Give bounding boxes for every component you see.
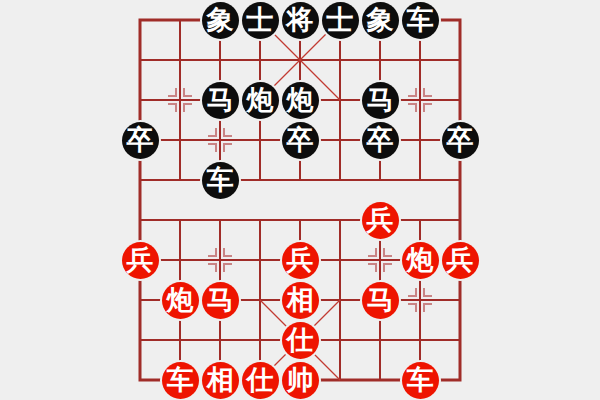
piece-black-chariot[interactable]: 车	[202, 162, 239, 199]
piece-black-horse[interactable]: 马	[202, 82, 239, 119]
piece-red-elephant[interactable]: 相	[202, 362, 239, 399]
piece-black-advisor[interactable]: 士	[322, 2, 359, 39]
pieces-layer: 象士将士象车马炮炮马卒卒卒卒车兵兵兵炮兵炮马相马仕车相仕帅车	[0, 0, 600, 400]
piece-black-cannon[interactable]: 炮	[242, 82, 279, 119]
piece-red-cannon[interactable]: 炮	[162, 282, 199, 319]
piece-red-soldier[interactable]: 兵	[442, 242, 479, 279]
piece-black-cannon[interactable]: 炮	[282, 82, 319, 119]
piece-black-soldier[interactable]: 卒	[282, 122, 319, 159]
piece-red-soldier[interactable]: 兵	[362, 202, 399, 239]
piece-red-horse[interactable]: 马	[202, 282, 239, 319]
piece-black-horse[interactable]: 马	[362, 82, 399, 119]
piece-black-chariot[interactable]: 车	[402, 2, 439, 39]
xiangqi-board: 象士将士象车马炮炮马卒卒卒卒车兵兵兵炮兵炮马相马仕车相仕帅车	[0, 0, 600, 400]
piece-red-chariot[interactable]: 车	[162, 362, 199, 399]
piece-red-advisor[interactable]: 仕	[242, 362, 279, 399]
piece-red-horse[interactable]: 马	[362, 282, 399, 319]
piece-red-chariot[interactable]: 车	[402, 362, 439, 399]
piece-red-cannon[interactable]: 炮	[402, 242, 439, 279]
piece-black-elephant[interactable]: 象	[202, 2, 239, 39]
piece-black-soldier[interactable]: 卒	[122, 122, 159, 159]
piece-red-elephant[interactable]: 相	[282, 282, 319, 319]
piece-red-soldier[interactable]: 兵	[282, 242, 319, 279]
piece-black-general[interactable]: 将	[282, 2, 319, 39]
piece-red-soldier[interactable]: 兵	[122, 242, 159, 279]
piece-black-soldier[interactable]: 卒	[362, 122, 399, 159]
piece-red-advisor[interactable]: 仕	[282, 322, 319, 359]
piece-black-soldier[interactable]: 卒	[442, 122, 479, 159]
piece-red-general[interactable]: 帅	[282, 362, 319, 399]
piece-black-elephant[interactable]: 象	[362, 2, 399, 39]
piece-black-advisor[interactable]: 士	[242, 2, 279, 39]
